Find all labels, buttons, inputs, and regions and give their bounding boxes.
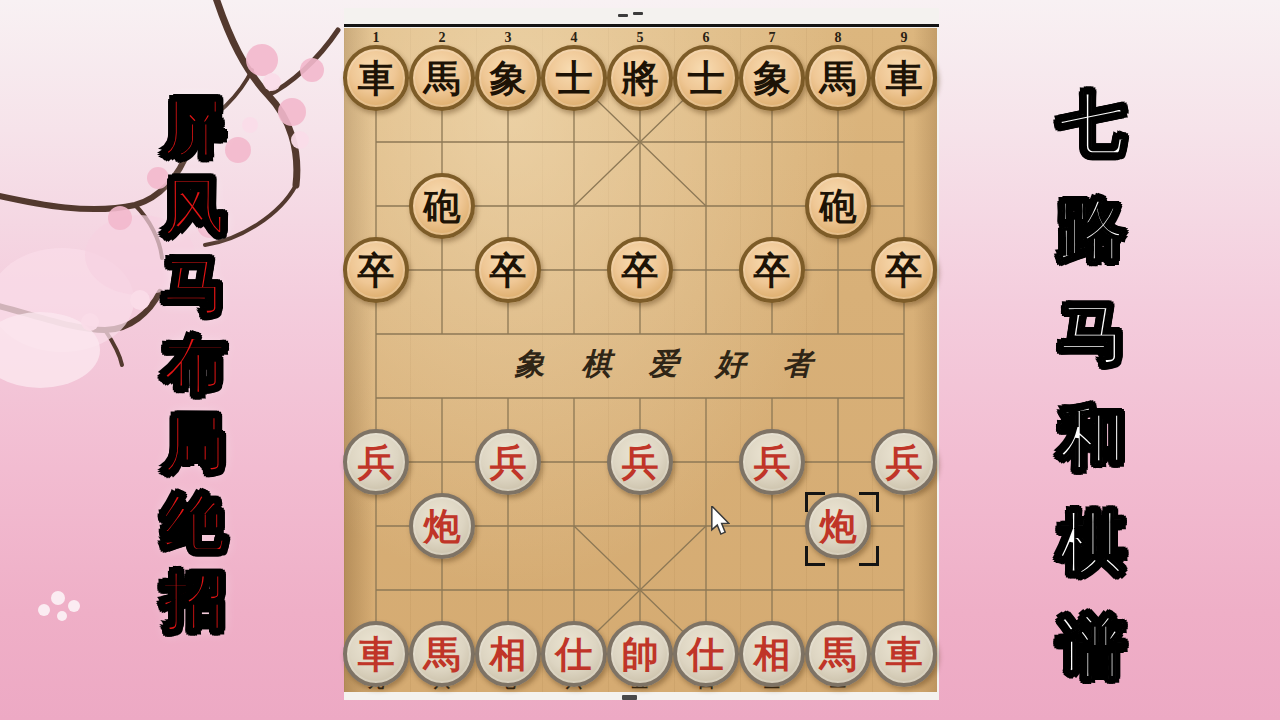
file-label: 8 <box>805 30 871 46</box>
piece-black-soldier[interactable]: 卒 <box>343 237 409 303</box>
board-cell[interactable] <box>541 238 607 302</box>
board-cell[interactable] <box>475 174 541 238</box>
window-top-border <box>344 24 939 27</box>
board-cell[interactable]: 士 <box>541 46 607 110</box>
board-cell[interactable] <box>409 238 475 302</box>
board-cell[interactable]: 車 <box>343 46 409 110</box>
piece-black-soldier[interactable]: 卒 <box>607 237 673 303</box>
board-cell[interactable] <box>409 110 475 174</box>
board-cell[interactable]: 仕 <box>541 622 607 686</box>
board-cell[interactable]: 馬 <box>409 46 475 110</box>
board-cell[interactable] <box>739 366 805 430</box>
board-cell[interactable]: 卒 <box>607 238 673 302</box>
piece-red-soldier[interactable]: 兵 <box>475 429 541 495</box>
board-cell[interactable] <box>871 558 937 622</box>
board-cell[interactable] <box>607 558 673 622</box>
piece-black-chariot[interactable]: 車 <box>871 45 937 111</box>
board-cell[interactable] <box>475 494 541 558</box>
board-cell[interactable] <box>673 366 739 430</box>
board-cell[interactable]: 卒 <box>739 238 805 302</box>
banner-char: 马 <box>1059 295 1125 372</box>
screenshot-root: 屏风马布局绝招 七路马和棋谱 <box>0 0 1280 720</box>
board-cell[interactable] <box>343 558 409 622</box>
banner-char: 七 <box>1059 86 1125 163</box>
board-cell[interactable]: 卒 <box>871 238 937 302</box>
board-cell[interactable] <box>541 430 607 494</box>
board-cell[interactable] <box>541 558 607 622</box>
file-label: 3 <box>475 30 541 46</box>
board-cell[interactable]: 馬 <box>805 622 871 686</box>
board-cell[interactable]: 炮 <box>409 494 475 558</box>
piece-red-cannon[interactable]: 炮 <box>409 493 475 559</box>
board-cell[interactable] <box>739 494 805 558</box>
board-cell[interactable] <box>871 302 937 366</box>
board-cell[interactable]: 砲 <box>805 174 871 238</box>
board-cell[interactable] <box>409 366 475 430</box>
piece-red-horse[interactable]: 馬 <box>409 621 475 687</box>
piece-red-advisor[interactable]: 仕 <box>673 621 739 687</box>
board-cell[interactable]: 兵 <box>739 430 805 494</box>
board-cell[interactable]: 相 <box>475 622 541 686</box>
board-cell[interactable] <box>343 366 409 430</box>
banner-char: 招 <box>163 565 225 637</box>
piece-black-advisor[interactable]: 士 <box>673 45 739 111</box>
banner-char: 局 <box>163 408 225 480</box>
board-cell[interactable] <box>343 174 409 238</box>
piece-black-cannon[interactable]: 砲 <box>409 173 475 239</box>
piece-red-general[interactable]: 帥 <box>607 621 673 687</box>
piece-black-horse[interactable]: 馬 <box>805 45 871 111</box>
board-cell[interactable] <box>673 430 739 494</box>
board-cell[interactable] <box>475 110 541 174</box>
board-cell[interactable] <box>541 366 607 430</box>
piece-black-elephant[interactable]: 象 <box>739 45 805 111</box>
board-cell[interactable] <box>541 110 607 174</box>
board-cell[interactable] <box>805 110 871 174</box>
board-cell[interactable] <box>805 558 871 622</box>
board-cell[interactable] <box>673 238 739 302</box>
board-cell[interactable]: 兵 <box>343 430 409 494</box>
banner-char: 屏 <box>163 92 225 164</box>
board-cell[interactable] <box>739 302 805 366</box>
banner-char: 马 <box>163 250 225 322</box>
board-cell[interactable]: 帥 <box>607 622 673 686</box>
board-cell[interactable] <box>607 494 673 558</box>
right-title-banner: 七路马和棋谱 <box>1028 86 1156 685</box>
file-label: 4 <box>541 30 607 46</box>
mouse-cursor <box>710 506 730 536</box>
xiangqi-app-window: 123456789 九八七六五四三二一 象棋爱好者 車馬象士將士象馬車砲砲卒卒卒… <box>344 8 939 700</box>
file-label: 9 <box>871 30 937 46</box>
cropped-text-artifact-top <box>633 12 643 15</box>
board-cell[interactable]: 卒 <box>475 238 541 302</box>
piece-black-cannon[interactable]: 砲 <box>805 173 871 239</box>
xiangqi-board: 123456789 九八七六五四三二一 象棋爱好者 車馬象士將士象馬車砲砲卒卒卒… <box>344 28 937 692</box>
board-cell[interactable] <box>475 558 541 622</box>
piece-black-chariot[interactable]: 車 <box>343 45 409 111</box>
selection-brackets <box>805 492 879 566</box>
board-cell[interactable] <box>343 494 409 558</box>
piece-black-soldier[interactable]: 卒 <box>739 237 805 303</box>
board-cell[interactable]: 兵 <box>871 430 937 494</box>
board-cell[interactable]: 炮 <box>805 494 871 558</box>
piece-red-soldier[interactable]: 兵 <box>607 429 673 495</box>
banner-char: 棋 <box>1059 504 1125 581</box>
piece-red-soldier[interactable]: 兵 <box>343 429 409 495</box>
file-labels-top: 123456789 <box>343 30 937 46</box>
banner-char: 和 <box>1059 400 1125 477</box>
file-label: 7 <box>739 30 805 46</box>
piece-red-advisor[interactable]: 仕 <box>541 621 607 687</box>
board-cell[interactable]: 相 <box>739 622 805 686</box>
piece-red-soldier[interactable]: 兵 <box>871 429 937 495</box>
board-cell[interactable] <box>673 302 739 366</box>
board-cell[interactable] <box>607 302 673 366</box>
board-cell[interactable] <box>739 558 805 622</box>
board-cell[interactable]: 仕 <box>673 622 739 686</box>
banner-char: 谱 <box>1059 609 1125 686</box>
board-cell[interactable] <box>475 302 541 366</box>
board-cell[interactable] <box>739 174 805 238</box>
board-cell[interactable] <box>673 558 739 622</box>
piece-red-soldier[interactable]: 兵 <box>739 429 805 495</box>
banner-char: 路 <box>1059 191 1125 268</box>
board-cell[interactable]: 砲 <box>409 174 475 238</box>
board-cell[interactable] <box>871 110 937 174</box>
board-cell[interactable] <box>343 110 409 174</box>
board-cell[interactable] <box>541 174 607 238</box>
cropped-text-artifact-bottom <box>622 695 637 700</box>
piece-black-horse[interactable]: 馬 <box>409 45 475 111</box>
left-title-banner: 屏风马布局绝招 <box>132 92 256 637</box>
board-cell[interactable] <box>409 302 475 366</box>
board-cell[interactable] <box>805 302 871 366</box>
board-cell[interactable]: 士 <box>673 46 739 110</box>
file-label: 1 <box>343 30 409 46</box>
board-cell[interactable] <box>409 558 475 622</box>
board-cell[interactable]: 兵 <box>475 430 541 494</box>
file-label: 6 <box>673 30 739 46</box>
board-cell[interactable]: 車 <box>871 622 937 686</box>
board-cell[interactable]: 馬 <box>409 622 475 686</box>
board-cell[interactable] <box>541 494 607 558</box>
board-cell[interactable] <box>607 110 673 174</box>
file-label: 2 <box>409 30 475 46</box>
piece-red-elephant[interactable]: 相 <box>739 621 805 687</box>
board-cell[interactable] <box>805 366 871 430</box>
piece-black-elephant[interactable]: 象 <box>475 45 541 111</box>
board-cell[interactable] <box>673 110 739 174</box>
banner-char: 风 <box>163 171 225 243</box>
board-cell[interactable]: 象 <box>739 46 805 110</box>
board-cell[interactable] <box>871 366 937 430</box>
file-label: 5 <box>607 30 673 46</box>
board-cell[interactable]: 將 <box>607 46 673 110</box>
banner-char: 布 <box>163 329 225 401</box>
board-cell[interactable] <box>739 110 805 174</box>
board-cell[interactable]: 車 <box>343 622 409 686</box>
board-cell[interactable]: 車 <box>871 46 937 110</box>
board-cell[interactable] <box>541 302 607 366</box>
piece-red-horse[interactable]: 馬 <box>805 621 871 687</box>
cropped-text-artifact-top <box>618 14 628 17</box>
piece-black-advisor[interactable]: 士 <box>541 45 607 111</box>
board-cell[interactable] <box>805 430 871 494</box>
board-cell[interactable] <box>607 366 673 430</box>
piece-black-soldier[interactable]: 卒 <box>475 237 541 303</box>
banner-char: 绝 <box>163 487 225 559</box>
piece-black-general[interactable]: 將 <box>607 45 673 111</box>
piece-red-elephant[interactable]: 相 <box>475 621 541 687</box>
board-cell[interactable] <box>409 430 475 494</box>
board-cell[interactable] <box>871 174 937 238</box>
piece-red-chariot[interactable]: 車 <box>343 621 409 687</box>
board-cell[interactable] <box>343 302 409 366</box>
piece-red-cannon[interactable]: 炮 <box>805 493 871 559</box>
piece-red-chariot[interactable]: 車 <box>871 621 937 687</box>
piece-black-soldier[interactable]: 卒 <box>871 237 937 303</box>
board-cell[interactable]: 馬 <box>805 46 871 110</box>
board-cell[interactable]: 兵 <box>607 430 673 494</box>
board-cell[interactable] <box>805 238 871 302</box>
board-cell[interactable] <box>871 494 937 558</box>
board-cell[interactable] <box>673 174 739 238</box>
board-cell[interactable] <box>475 366 541 430</box>
board-cell[interactable]: 象 <box>475 46 541 110</box>
board-cell[interactable] <box>607 174 673 238</box>
board-cells[interactable]: 車馬象士將士象馬車砲砲卒卒卒卒卒兵兵兵兵兵炮炮車馬相仕帥仕相馬車 <box>343 46 937 686</box>
board-cell[interactable]: 卒 <box>343 238 409 302</box>
